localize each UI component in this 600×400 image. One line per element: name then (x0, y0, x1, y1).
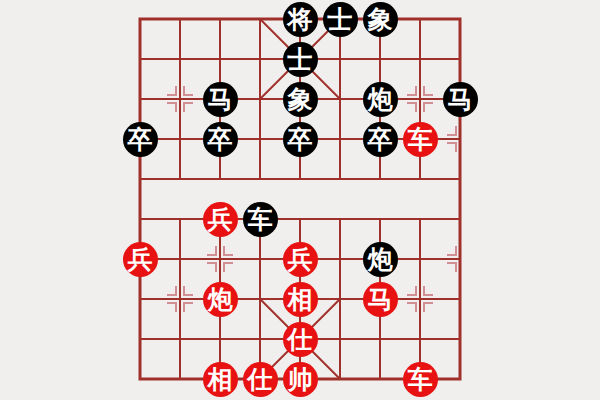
piece-black-elephant[interactable]: 象 (363, 2, 398, 37)
board-point[interactable] (400, 319, 440, 359)
board-point[interactable]: 兵 (280, 239, 320, 279)
board-point[interactable] (120, 79, 160, 119)
piece-black-general[interactable]: 将 (283, 2, 318, 37)
board-point[interactable] (440, 0, 480, 39)
board-point[interactable] (320, 119, 360, 159)
board-point[interactable] (160, 279, 200, 319)
board-point[interactable] (440, 319, 480, 359)
piece-black-horse[interactable]: 马 (203, 82, 238, 117)
board-point[interactable] (160, 199, 200, 239)
board-point[interactable] (160, 0, 200, 39)
board-point[interactable] (360, 159, 400, 199)
board-point[interactable] (120, 319, 160, 359)
board-point[interactable] (120, 39, 160, 79)
piece-red-soldier[interactable]: 兵 (123, 242, 158, 277)
board-point[interactable] (160, 159, 200, 199)
board-point[interactable]: 马 (360, 279, 400, 319)
board-point[interactable] (400, 199, 440, 239)
board-point[interactable] (280, 159, 320, 199)
board-point[interactable]: 马 (200, 79, 240, 119)
board-point[interactable] (360, 319, 400, 359)
piece-black-advisor[interactable]: 士 (323, 2, 358, 37)
board-point[interactable] (240, 279, 280, 319)
board-point[interactable] (360, 199, 400, 239)
piece-black-elephant[interactable]: 象 (283, 82, 318, 117)
board-point[interactable] (320, 199, 360, 239)
board-point[interactable]: 卒 (200, 119, 240, 159)
board-point[interactable]: 车 (400, 119, 440, 159)
board-point[interactable] (280, 199, 320, 239)
board-point[interactable] (120, 199, 160, 239)
board-point[interactable] (400, 279, 440, 319)
piece-red-soldier[interactable]: 兵 (283, 242, 318, 277)
board-point[interactable] (240, 39, 280, 79)
board-point[interactable] (240, 0, 280, 39)
board-point[interactable]: 仕 (240, 359, 280, 399)
board-point[interactable] (440, 359, 480, 399)
board-point[interactable] (360, 359, 400, 399)
board-point[interactable] (400, 0, 440, 39)
board-point[interactable] (400, 39, 440, 79)
board-point[interactable] (200, 39, 240, 79)
board-point[interactable] (200, 319, 240, 359)
board-point[interactable]: 象 (360, 0, 400, 39)
piece-black-horse[interactable]: 马 (443, 82, 478, 117)
board-point[interactable] (200, 239, 240, 279)
board-point[interactable] (360, 39, 400, 79)
board-point[interactable]: 卒 (280, 119, 320, 159)
board-point[interactable] (120, 359, 160, 399)
board-point[interactable] (240, 119, 280, 159)
app-background: 将士象士马象炮马卒卒卒卒车兵车兵兵炮炮相马仕相仕帅车 (0, 0, 600, 400)
board-point[interactable]: 车 (240, 199, 280, 239)
piece-black-cannon[interactable]: 炮 (363, 242, 398, 277)
board-point[interactable]: 卒 (360, 119, 400, 159)
piece-red-elephant[interactable]: 相 (283, 282, 318, 317)
piece-red-general[interactable]: 帅 (283, 362, 318, 397)
piece-black-chariot[interactable]: 车 (243, 202, 278, 237)
board-point[interactable] (320, 359, 360, 399)
board-point[interactable]: 象 (280, 79, 320, 119)
piece-red-advisor[interactable]: 仕 (243, 362, 278, 397)
board-point[interactable] (120, 159, 160, 199)
board-point[interactable] (440, 159, 480, 199)
piece-red-advisor[interactable]: 仕 (283, 322, 318, 357)
piece-red-soldier[interactable]: 兵 (203, 202, 238, 237)
board-point[interactable] (160, 319, 200, 359)
piece-black-soldier[interactable]: 卒 (203, 122, 238, 157)
board-point[interactable] (120, 279, 160, 319)
board-point[interactable]: 卒 (120, 119, 160, 159)
board-point[interactable] (240, 79, 280, 119)
board-point[interactable] (320, 159, 360, 199)
board-point[interactable] (400, 159, 440, 199)
board-point[interactable]: 仕 (280, 319, 320, 359)
board-point[interactable] (320, 39, 360, 79)
piece-red-chariot[interactable]: 车 (403, 122, 438, 157)
piece-red-horse[interactable]: 马 (363, 282, 398, 317)
board-point[interactable] (160, 119, 200, 159)
board-point[interactable]: 兵 (200, 199, 240, 239)
board-point[interactable]: 帅 (280, 359, 320, 399)
piece-red-elephant[interactable]: 相 (203, 362, 238, 397)
board-point[interactable]: 相 (200, 359, 240, 399)
board-point[interactable] (240, 239, 280, 279)
board-point[interactable] (320, 319, 360, 359)
piece-black-advisor[interactable]: 士 (283, 42, 318, 77)
board-point[interactable] (320, 239, 360, 279)
board-point[interactable] (160, 239, 200, 279)
board-point[interactable] (400, 239, 440, 279)
board-point[interactable] (160, 359, 200, 399)
board-point[interactable] (400, 79, 440, 119)
board-point[interactable]: 相 (280, 279, 320, 319)
board-point[interactable] (120, 0, 160, 39)
piece-black-soldier[interactable]: 卒 (363, 122, 398, 157)
piece-red-cannon[interactable]: 炮 (203, 282, 238, 317)
board-point[interactable]: 炮 (200, 279, 240, 319)
board-point[interactable]: 士 (280, 39, 320, 79)
piece-black-soldier[interactable]: 卒 (123, 122, 158, 157)
piece-black-soldier[interactable]: 卒 (283, 122, 318, 157)
board-points-grid: 将士象士马象炮马卒卒卒卒车兵车兵兵炮炮相马仕相仕帅车 (120, 0, 480, 399)
board-point[interactable] (320, 79, 360, 119)
board-point[interactable] (160, 79, 200, 119)
board-point[interactable]: 兵 (120, 239, 160, 279)
piece-black-cannon[interactable]: 炮 (363, 82, 398, 117)
board-point[interactable] (200, 0, 240, 39)
board-point[interactable] (200, 159, 240, 199)
xiangqi-board: 将士象士马象炮马卒卒卒卒车兵车兵兵炮炮相马仕相仕帅车 (120, 0, 480, 399)
board-point[interactable]: 马 (440, 79, 480, 119)
board-point[interactable] (240, 159, 280, 199)
board-point[interactable] (440, 279, 480, 319)
board-point[interactable]: 车 (400, 359, 440, 399)
board-point[interactable] (440, 239, 480, 279)
board-point[interactable]: 将 (280, 0, 320, 39)
board-point[interactable] (240, 319, 280, 359)
board-point[interactable] (320, 279, 360, 319)
board-point[interactable] (160, 39, 200, 79)
board-point[interactable]: 炮 (360, 79, 400, 119)
board-point[interactable] (440, 119, 480, 159)
board-point[interactable] (440, 199, 480, 239)
board-point[interactable] (440, 39, 480, 79)
board-point[interactable]: 炮 (360, 239, 400, 279)
piece-red-chariot[interactable]: 车 (403, 362, 438, 397)
board-point[interactable]: 士 (320, 0, 360, 39)
